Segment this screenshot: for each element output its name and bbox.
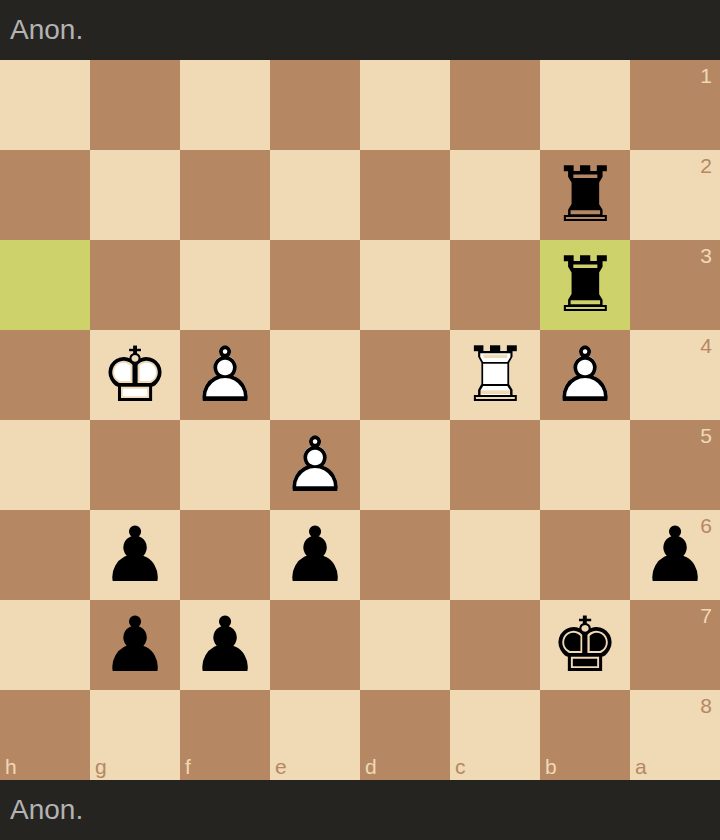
square-c3[interactable] — [450, 240, 540, 330]
square-b8[interactable]: b — [540, 690, 630, 780]
square-a8[interactable]: 8a — [630, 690, 720, 780]
coord-file-a: a — [635, 756, 647, 777]
coord-file-c: c — [455, 756, 466, 777]
square-d3[interactable] — [360, 240, 450, 330]
coord-file-e: e — [275, 756, 287, 777]
square-d1[interactable] — [360, 60, 450, 150]
square-f3[interactable] — [180, 240, 270, 330]
square-c2[interactable] — [450, 150, 540, 240]
square-g5[interactable] — [90, 420, 180, 510]
square-f7[interactable]: ♟ — [180, 600, 270, 690]
player-bar-bottom: Anon. — [0, 780, 720, 840]
square-b4[interactable]: ♟♙ — [540, 330, 630, 420]
square-a5[interactable]: 5 — [630, 420, 720, 510]
black-pawn[interactable]: ♟ — [270, 510, 360, 600]
coord-file-h: h — [5, 756, 17, 777]
black-pawn[interactable]: ♟ — [630, 510, 720, 600]
black-rook-icon: ♜ — [540, 240, 630, 330]
white-king[interactable]: ♚♔ — [90, 330, 180, 420]
coord-rank-8: 8 — [700, 695, 712, 716]
square-g3[interactable] — [90, 240, 180, 330]
black-pawn-icon: ♟ — [90, 600, 180, 690]
black-rook[interactable]: ♜ — [540, 240, 630, 330]
square-c6[interactable] — [450, 510, 540, 600]
square-f6[interactable] — [180, 510, 270, 600]
white-pawn[interactable]: ♟♙ — [270, 420, 360, 510]
square-e2[interactable] — [270, 150, 360, 240]
square-a6[interactable]: 6♟ — [630, 510, 720, 600]
player-bar-top: Anon. — [0, 0, 720, 60]
coord-rank-7: 7 — [700, 605, 712, 626]
square-a3[interactable]: 3 — [630, 240, 720, 330]
square-e8[interactable]: e — [270, 690, 360, 780]
black-pawn-icon: ♟ — [180, 600, 270, 690]
square-d8[interactable]: d — [360, 690, 450, 780]
square-f4[interactable]: ♟♙ — [180, 330, 270, 420]
white-pawn-outline-icon: ♙ — [270, 420, 360, 510]
coord-rank-5: 5 — [700, 425, 712, 446]
coord-rank-3: 3 — [700, 245, 712, 266]
white-rook-outline-icon: ♖ — [450, 330, 540, 420]
black-pawn[interactable]: ♟ — [90, 510, 180, 600]
square-g8[interactable]: g — [90, 690, 180, 780]
chess-board: 1♜2♜3♚♔♟♙♜♖♟♙4♟♙5♟♟6♟♟♟♚7hgfedcb8a — [0, 60, 720, 780]
square-d2[interactable] — [360, 150, 450, 240]
black-pawn[interactable]: ♟ — [180, 600, 270, 690]
square-b7[interactable]: ♚ — [540, 600, 630, 690]
square-b3[interactable]: ♜ — [540, 240, 630, 330]
square-c4[interactable]: ♜♖ — [450, 330, 540, 420]
player-top-name: Anon. — [10, 14, 83, 46]
square-b2[interactable]: ♜ — [540, 150, 630, 240]
square-h1[interactable] — [0, 60, 90, 150]
white-pawn[interactable]: ♟♙ — [180, 330, 270, 420]
white-rook[interactable]: ♜♖ — [450, 330, 540, 420]
white-pawn-outline-icon: ♙ — [540, 330, 630, 420]
square-g1[interactable] — [90, 60, 180, 150]
black-king-icon: ♚ — [540, 600, 630, 690]
square-b5[interactable] — [540, 420, 630, 510]
square-a7[interactable]: 7 — [630, 600, 720, 690]
coord-rank-2: 2 — [700, 155, 712, 176]
square-a4[interactable]: 4 — [630, 330, 720, 420]
square-a1[interactable]: 1 — [630, 60, 720, 150]
square-d4[interactable] — [360, 330, 450, 420]
white-king-outline-icon: ♔ — [90, 330, 180, 420]
black-pawn-icon: ♟ — [630, 510, 720, 600]
square-h4[interactable] — [0, 330, 90, 420]
coord-file-b: b — [545, 756, 557, 777]
square-h7[interactable] — [0, 600, 90, 690]
square-d6[interactable] — [360, 510, 450, 600]
square-g7[interactable]: ♟ — [90, 600, 180, 690]
square-g2[interactable] — [90, 150, 180, 240]
square-e3[interactable] — [270, 240, 360, 330]
square-e6[interactable]: ♟ — [270, 510, 360, 600]
square-e4[interactable] — [270, 330, 360, 420]
coord-file-g: g — [95, 756, 107, 777]
square-c8[interactable]: c — [450, 690, 540, 780]
chess-app: Anon. 1♜2♜3♚♔♟♙♜♖♟♙4♟♙5♟♟6♟♟♟♚7hgfedcb8a… — [0, 0, 720, 840]
square-h5[interactable] — [0, 420, 90, 510]
square-h2[interactable] — [0, 150, 90, 240]
white-pawn-outline-icon: ♙ — [180, 330, 270, 420]
square-g4[interactable]: ♚♔ — [90, 330, 180, 420]
square-d5[interactable] — [360, 420, 450, 510]
coord-file-d: d — [365, 756, 377, 777]
square-c7[interactable] — [450, 600, 540, 690]
coord-file-f: f — [185, 756, 191, 777]
square-e1[interactable] — [270, 60, 360, 150]
square-e5[interactable]: ♟♙ — [270, 420, 360, 510]
square-f5[interactable] — [180, 420, 270, 510]
square-h6[interactable] — [0, 510, 90, 600]
square-h8[interactable]: h — [0, 690, 90, 780]
square-a2[interactable]: 2 — [630, 150, 720, 240]
square-e7[interactable] — [270, 600, 360, 690]
black-rook[interactable]: ♜ — [540, 150, 630, 240]
square-f1[interactable] — [180, 60, 270, 150]
black-rook-icon: ♜ — [540, 150, 630, 240]
square-b1[interactable] — [540, 60, 630, 150]
square-c1[interactable] — [450, 60, 540, 150]
black-pawn[interactable]: ♟ — [90, 600, 180, 690]
square-f8[interactable]: f — [180, 690, 270, 780]
square-g6[interactable]: ♟ — [90, 510, 180, 600]
square-h3[interactable] — [0, 240, 90, 330]
black-pawn-icon: ♟ — [270, 510, 360, 600]
white-pawn[interactable]: ♟♙ — [540, 330, 630, 420]
square-c5[interactable] — [450, 420, 540, 510]
black-pawn-icon: ♟ — [90, 510, 180, 600]
square-f2[interactable] — [180, 150, 270, 240]
coord-rank-1: 1 — [700, 65, 712, 86]
black-king[interactable]: ♚ — [540, 600, 630, 690]
player-bottom-name: Anon. — [10, 794, 83, 826]
square-d7[interactable] — [360, 600, 450, 690]
square-b6[interactable] — [540, 510, 630, 600]
coord-rank-4: 4 — [700, 335, 712, 356]
